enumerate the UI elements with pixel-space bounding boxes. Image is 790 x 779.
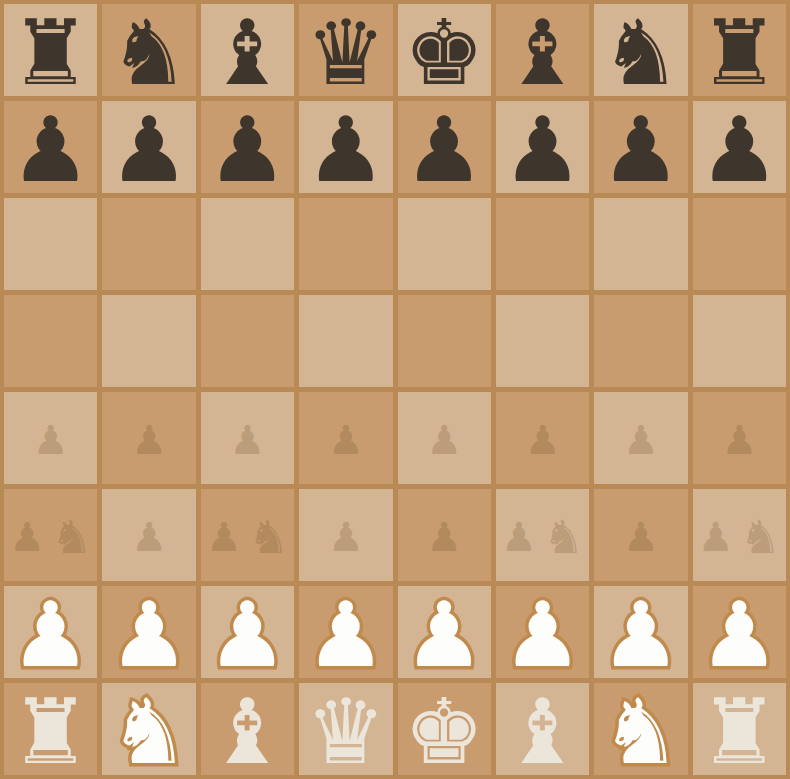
square-c2[interactable]: ♟ <box>201 586 294 678</box>
square-h4[interactable]: ♟ <box>693 392 786 484</box>
ghost-pawn-icon: ♟ <box>501 517 537 557</box>
move-hint-ghosts: ♟ <box>398 392 491 484</box>
white-pawn[interactable]: ♟ <box>10 590 91 680</box>
square-c1[interactable]: ♝ <box>201 683 294 775</box>
ghost-knight-icon: ♞ <box>51 514 92 560</box>
square-f1[interactable]: ♝ <box>496 683 589 775</box>
square-f3[interactable]: ♟♞ <box>496 489 589 581</box>
black-king[interactable]: ♚ <box>404 8 485 98</box>
square-b3[interactable]: ♟ <box>102 489 195 581</box>
square-e4[interactable]: ♟ <box>398 392 491 484</box>
square-g3[interactable]: ♟ <box>594 489 687 581</box>
square-b2[interactable]: ♟ <box>102 586 195 678</box>
square-h2[interactable]: ♟ <box>693 586 786 678</box>
square-f5[interactable] <box>496 295 589 387</box>
square-d2[interactable]: ♟ <box>299 586 392 678</box>
black-knight[interactable]: ♞ <box>601 8 682 98</box>
square-b7[interactable]: ♟ <box>102 101 195 193</box>
move-hint-ghosts: ♟ <box>4 392 97 484</box>
black-pawn[interactable]: ♟ <box>109 105 190 195</box>
move-hint-ghosts: ♟ <box>201 392 294 484</box>
square-h1[interactable]: ♜ <box>693 683 786 775</box>
square-e6[interactable] <box>398 198 491 290</box>
square-f7[interactable]: ♟ <box>496 101 589 193</box>
white-knight[interactable]: ♞ <box>109 687 190 777</box>
ghost-knight-icon: ♞ <box>740 514 781 560</box>
move-hint-ghosts: ♟ <box>496 392 589 484</box>
ghost-pawn-icon: ♟ <box>623 517 659 557</box>
square-a7[interactable]: ♟ <box>4 101 97 193</box>
black-knight[interactable]: ♞ <box>109 8 190 98</box>
square-d4[interactable]: ♟ <box>299 392 392 484</box>
black-pawn[interactable]: ♟ <box>305 105 386 195</box>
square-g2[interactable]: ♟ <box>594 586 687 678</box>
black-rook[interactable]: ♜ <box>10 8 91 98</box>
white-knight[interactable]: ♞ <box>601 687 682 777</box>
square-b1[interactable]: ♞ <box>102 683 195 775</box>
square-b8[interactable]: ♞ <box>102 4 195 96</box>
move-hint-ghosts: ♟ <box>299 392 392 484</box>
square-d8[interactable]: ♛ <box>299 4 392 96</box>
square-a3[interactable]: ♟♞ <box>4 489 97 581</box>
square-a4[interactable]: ♟ <box>4 392 97 484</box>
ghost-pawn-icon: ♟ <box>9 517 45 557</box>
ghost-pawn-icon: ♟ <box>131 420 167 460</box>
square-d3[interactable]: ♟ <box>299 489 392 581</box>
white-pawn[interactable]: ♟ <box>601 590 682 680</box>
square-d1[interactable]: ♛ <box>299 683 392 775</box>
square-g5[interactable] <box>594 295 687 387</box>
ghost-knight-icon: ♞ <box>248 514 289 560</box>
square-c8[interactable]: ♝ <box>201 4 294 96</box>
square-e1[interactable]: ♚ <box>398 683 491 775</box>
square-b6[interactable] <box>102 198 195 290</box>
square-c5[interactable] <box>201 295 294 387</box>
black-pawn[interactable]: ♟ <box>404 105 485 195</box>
white-pawn[interactable]: ♟ <box>305 590 386 680</box>
square-h7[interactable]: ♟ <box>693 101 786 193</box>
square-a6[interactable] <box>4 198 97 290</box>
move-hint-ghosts: ♟ <box>693 392 786 484</box>
ghost-pawn-icon: ♟ <box>525 420 561 460</box>
black-pawn[interactable]: ♟ <box>207 105 288 195</box>
ghost-pawn-icon: ♟ <box>426 517 462 557</box>
ghost-pawn-icon: ♟ <box>426 420 462 460</box>
square-f4[interactable]: ♟ <box>496 392 589 484</box>
black-pawn[interactable]: ♟ <box>601 105 682 195</box>
chess-board: ♜♞♝♛♚♝♞♜♟♟♟♟♟♟♟♟♟♟♟♟♟♟♟♟♟♞♟♟♞♟♟♟♞♟♟♞♟♟♟♟… <box>0 0 790 779</box>
square-c6[interactable] <box>201 198 294 290</box>
white-pawn[interactable]: ♟ <box>109 590 190 680</box>
black-queen[interactable]: ♛ <box>305 8 386 98</box>
move-hint-ghosts: ♟ <box>102 392 195 484</box>
move-hint-ghosts: ♟♞ <box>496 489 589 581</box>
white-pawn[interactable]: ♟ <box>502 590 583 680</box>
move-hint-ghosts: ♟ <box>594 392 687 484</box>
square-b4[interactable]: ♟ <box>102 392 195 484</box>
black-pawn[interactable]: ♟ <box>502 105 583 195</box>
ghost-pawn-icon: ♟ <box>698 517 734 557</box>
white-king[interactable]: ♚ <box>404 687 485 777</box>
white-pawn[interactable]: ♟ <box>207 590 288 680</box>
ghost-pawn-icon: ♟ <box>328 517 364 557</box>
move-hint-ghosts: ♟♞ <box>201 489 294 581</box>
square-f2[interactable]: ♟ <box>496 586 589 678</box>
move-hint-ghosts: ♟ <box>299 489 392 581</box>
ghost-pawn-icon: ♟ <box>131 517 167 557</box>
square-g7[interactable]: ♟ <box>594 101 687 193</box>
square-h5[interactable] <box>693 295 786 387</box>
ghost-pawn-icon: ♟ <box>230 420 266 460</box>
square-a1[interactable]: ♜ <box>4 683 97 775</box>
black-rook[interactable]: ♜ <box>699 8 780 98</box>
move-hint-ghosts: ♟ <box>594 489 687 581</box>
white-pawn[interactable]: ♟ <box>404 590 485 680</box>
ghost-pawn-icon: ♟ <box>206 517 242 557</box>
square-e8[interactable]: ♚ <box>398 4 491 96</box>
square-c7[interactable]: ♟ <box>201 101 294 193</box>
white-rook[interactable]: ♜ <box>10 687 91 777</box>
square-d5[interactable] <box>299 295 392 387</box>
square-b5[interactable] <box>102 295 195 387</box>
move-hint-ghosts: ♟ <box>398 489 491 581</box>
square-a5[interactable] <box>4 295 97 387</box>
white-bishop[interactable]: ♝ <box>502 687 583 777</box>
square-c3[interactable]: ♟♞ <box>201 489 294 581</box>
move-hint-ghosts: ♟♞ <box>4 489 97 581</box>
white-rook[interactable]: ♜ <box>699 687 780 777</box>
square-a2[interactable]: ♟ <box>4 586 97 678</box>
square-g4[interactable]: ♟ <box>594 392 687 484</box>
black-pawn[interactable]: ♟ <box>699 105 780 195</box>
white-bishop[interactable]: ♝ <box>207 687 288 777</box>
ghost-pawn-icon: ♟ <box>721 420 757 460</box>
white-pawn[interactable]: ♟ <box>699 590 780 680</box>
square-g6[interactable] <box>594 198 687 290</box>
square-e5[interactable] <box>398 295 491 387</box>
square-a8[interactable]: ♜ <box>4 4 97 96</box>
square-d6[interactable] <box>299 198 392 290</box>
square-f8[interactable]: ♝ <box>496 4 589 96</box>
square-e3[interactable]: ♟ <box>398 489 491 581</box>
square-h8[interactable]: ♜ <box>693 4 786 96</box>
ghost-pawn-icon: ♟ <box>328 420 364 460</box>
square-h6[interactable] <box>693 198 786 290</box>
move-hint-ghosts: ♟ <box>102 489 195 581</box>
black-pawn[interactable]: ♟ <box>10 105 91 195</box>
ghost-knight-icon: ♞ <box>543 514 584 560</box>
black-bishop[interactable]: ♝ <box>207 8 288 98</box>
black-bishop[interactable]: ♝ <box>502 8 583 98</box>
move-hint-ghosts: ♟♞ <box>693 489 786 581</box>
square-g1[interactable]: ♞ <box>594 683 687 775</box>
white-queen[interactable]: ♛ <box>305 687 386 777</box>
square-g8[interactable]: ♞ <box>594 4 687 96</box>
square-e7[interactable]: ♟ <box>398 101 491 193</box>
square-h3[interactable]: ♟♞ <box>693 489 786 581</box>
ghost-pawn-icon: ♟ <box>623 420 659 460</box>
square-c4[interactable]: ♟ <box>201 392 294 484</box>
square-d7[interactable]: ♟ <box>299 101 392 193</box>
square-f6[interactable] <box>496 198 589 290</box>
square-e2[interactable]: ♟ <box>398 586 491 678</box>
ghost-pawn-icon: ♟ <box>33 420 69 460</box>
